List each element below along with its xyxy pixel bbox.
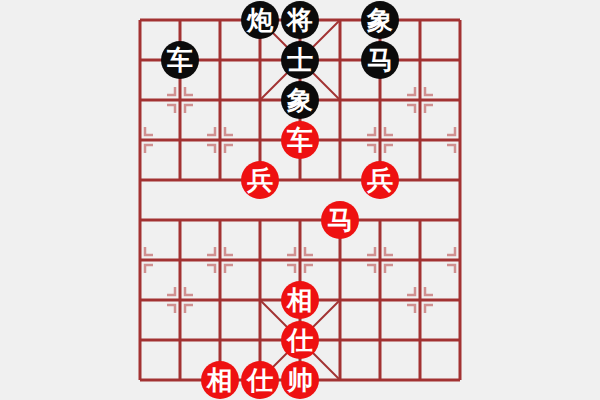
red-chariot-piece[interactable]: 车 [281, 121, 319, 159]
black-horse-piece[interactable]: 马 [361, 41, 399, 79]
black-elephant-piece[interactable]: 象 [281, 81, 319, 119]
red-elephant-piece[interactable]: 相 [201, 361, 239, 399]
black-chariot-piece[interactable]: 车 [161, 41, 199, 79]
red-advisor-piece[interactable]: 仕 [241, 361, 279, 399]
black-cannon-piece[interactable]: 炮 [241, 1, 279, 39]
red-pawn-piece[interactable]: 兵 [361, 161, 399, 199]
pieces-layer: 炮将象车士马象车兵兵马相仕相仕帅 [120, 0, 480, 400]
red-elephant-piece[interactable]: 相 [281, 281, 319, 319]
black-general-piece[interactable]: 将 [281, 1, 319, 39]
xiangqi-board: 炮将象车士马象车兵兵马相仕相仕帅 [120, 0, 480, 400]
red-horse-piece[interactable]: 马 [321, 201, 359, 239]
black-advisor-piece[interactable]: 士 [281, 41, 319, 79]
black-elephant-piece[interactable]: 象 [361, 1, 399, 39]
red-general-piece[interactable]: 帅 [281, 361, 319, 399]
red-pawn-piece[interactable]: 兵 [241, 161, 279, 199]
xiangqi-app: 炮将象车士马象车兵兵马相仕相仕帅 [0, 0, 600, 400]
red-advisor-piece[interactable]: 仕 [281, 321, 319, 359]
